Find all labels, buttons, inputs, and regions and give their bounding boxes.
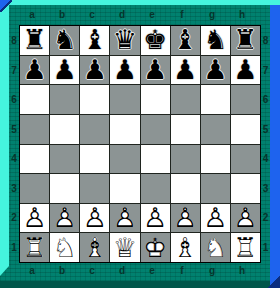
piece-white-rook[interactable]: ♜︎♖︎ — [231, 233, 260, 262]
square-h4[interactable] — [231, 145, 260, 174]
square-a1[interactable]: ♜︎♖︎ — [20, 233, 49, 262]
square-e2[interactable]: ♟︎♙︎ — [141, 204, 170, 233]
piece-black-bishop[interactable]: ♝︎ — [171, 26, 200, 55]
piece-black-knight[interactable]: ♞︎ — [50, 26, 79, 55]
black-pawn-icon: ♟︎ — [113, 56, 137, 83]
square-f2[interactable]: ♟︎♙︎ — [171, 204, 200, 233]
square-c5[interactable] — [80, 115, 109, 144]
square-f3[interactable] — [171, 174, 200, 203]
piece-black-king[interactable]: ♚︎ — [141, 26, 170, 55]
white-pawn-outline-icon: ♙︎ — [173, 204, 197, 231]
square-h5[interactable] — [231, 115, 260, 144]
piece-black-rook[interactable]: ♜︎ — [20, 26, 49, 55]
black-knight-icon: ♞︎ — [53, 26, 77, 53]
square-g2[interactable]: ♟︎♙︎ — [201, 204, 230, 233]
square-d3[interactable] — [110, 174, 139, 203]
square-e3[interactable] — [141, 174, 170, 203]
square-d6[interactable] — [110, 85, 139, 114]
square-b5[interactable] — [50, 115, 79, 144]
black-pawn-icon: ♟︎ — [22, 56, 46, 83]
square-c2[interactable]: ♟︎♙︎ — [80, 204, 109, 233]
square-e5[interactable] — [141, 115, 170, 144]
black-rook-icon: ♜︎ — [233, 26, 257, 53]
bevel-highlight-left — [0, 0, 9, 276]
file-label-bottom-b: b — [47, 263, 77, 280]
square-c4[interactable] — [80, 145, 109, 174]
file-label-top-e: e — [137, 5, 167, 25]
square-b8[interactable]: ♞︎ — [50, 26, 79, 55]
file-label-top-g: g — [197, 5, 227, 25]
white-bishop-outline-icon: ♗︎ — [83, 234, 107, 261]
black-pawn-icon: ♟︎ — [83, 56, 107, 83]
square-e4[interactable] — [141, 145, 170, 174]
chess-board: ♜︎♞︎♝︎♛︎♚︎♝︎♞︎♜︎♟︎♟︎♟︎♟︎♟︎♟︎♟︎♟︎♟︎♙︎♟︎♙︎… — [19, 25, 261, 263]
frame-shadow-edge — [0, 281, 270, 288]
black-rook-icon: ♜︎ — [22, 26, 46, 53]
square-f6[interactable] — [171, 85, 200, 114]
piece-white-pawn[interactable]: ♟︎♙︎ — [80, 204, 109, 233]
square-c6[interactable] — [80, 85, 109, 114]
piece-white-pawn[interactable]: ♟︎♙︎ — [201, 204, 230, 233]
square-c8[interactable]: ♝︎ — [80, 26, 109, 55]
piece-white-pawn[interactable]: ♟︎♙︎ — [110, 204, 139, 233]
square-g7[interactable]: ♟︎ — [201, 56, 230, 85]
square-b6[interactable] — [50, 85, 79, 114]
rank-label-right-3: 3 — [261, 174, 270, 204]
piece-white-king[interactable]: ♚︎♔︎ — [141, 233, 170, 262]
white-pawn-outline-icon: ♙︎ — [83, 204, 107, 231]
black-king-icon: ♚︎ — [143, 26, 167, 53]
black-pawn-icon: ♟︎ — [173, 56, 197, 83]
rank-label-right-1: 1 — [261, 233, 270, 263]
white-pawn-outline-icon: ♙︎ — [233, 204, 257, 231]
file-label-bottom-h: h — [227, 263, 257, 280]
square-d8[interactable]: ♛︎ — [110, 26, 139, 55]
piece-white-pawn[interactable]: ♟︎♙︎ — [141, 204, 170, 233]
piece-white-knight[interactable]: ♞︎♘︎ — [201, 233, 230, 262]
square-h6[interactable] — [231, 85, 260, 114]
square-e8[interactable]: ♚︎ — [141, 26, 170, 55]
rank-label-left-6: 6 — [9, 85, 19, 115]
square-g4[interactable] — [201, 145, 230, 174]
rank-label-left-1: 1 — [9, 233, 19, 263]
piece-white-knight[interactable]: ♞︎♘︎ — [50, 233, 79, 262]
square-h3[interactable] — [231, 174, 260, 203]
square-b7[interactable]: ♟︎ — [50, 56, 79, 85]
square-e7[interactable]: ♟︎ — [141, 56, 170, 85]
square-f1[interactable]: ♝︎♗︎ — [171, 233, 200, 262]
black-bishop-icon: ♝︎ — [173, 26, 197, 53]
black-bishop-icon: ♝︎ — [83, 26, 107, 53]
square-a6[interactable] — [20, 85, 49, 114]
piece-black-knight[interactable]: ♞︎ — [201, 26, 230, 55]
square-a2[interactable]: ♟︎♙︎ — [20, 204, 49, 233]
piece-white-queen[interactable]: ♛︎♕︎ — [110, 233, 139, 262]
piece-white-bishop[interactable]: ♝︎♗︎ — [171, 233, 200, 262]
square-a3[interactable] — [20, 174, 49, 203]
square-g1[interactable]: ♞︎♘︎ — [201, 233, 230, 262]
rank-label-left-7: 7 — [9, 56, 19, 86]
file-label-top-c: c — [77, 5, 107, 25]
chessboard-window: ♜︎♞︎♝︎♛︎♚︎♝︎♞︎♜︎♟︎♟︎♟︎♟︎♟︎♟︎♟︎♟︎♟︎♙︎♟︎♙︎… — [0, 0, 280, 288]
piece-white-bishop[interactable]: ♝︎♗︎ — [80, 233, 109, 262]
square-f8[interactable]: ♝︎ — [171, 26, 200, 55]
square-d7[interactable]: ♟︎ — [110, 56, 139, 85]
square-g5[interactable] — [201, 115, 230, 144]
black-pawn-icon: ♟︎ — [143, 56, 167, 83]
rank-label-right-5: 5 — [261, 115, 270, 145]
file-label-top-f: f — [167, 5, 197, 25]
piece-black-pawn[interactable]: ♟︎ — [110, 56, 139, 85]
square-g3[interactable] — [201, 174, 230, 203]
rank-label-left-3: 3 — [9, 174, 19, 204]
white-knight-outline-icon: ♘︎ — [53, 234, 77, 261]
rank-label-right-7: 7 — [261, 56, 270, 86]
square-f5[interactable] — [171, 115, 200, 144]
rank-label-left-5: 5 — [9, 115, 19, 145]
black-pawn-icon: ♟︎ — [203, 56, 227, 83]
file-label-top-b: b — [47, 5, 77, 25]
rank-label-left-4: 4 — [9, 144, 19, 174]
white-bishop-outline-icon: ♗︎ — [173, 234, 197, 261]
square-d1[interactable]: ♛︎♕︎ — [110, 233, 139, 262]
white-pawn-outline-icon: ♙︎ — [113, 204, 137, 231]
piece-black-pawn[interactable]: ♟︎ — [80, 56, 109, 85]
square-e1[interactable]: ♚︎♔︎ — [141, 233, 170, 262]
rank-label-right-8: 8 — [261, 26, 270, 56]
white-rook-outline-icon: ♖︎ — [22, 234, 46, 261]
square-h1[interactable]: ♜︎♖︎ — [231, 233, 260, 262]
rank-label-right-4: 4 — [261, 144, 270, 174]
square-b4[interactable] — [50, 145, 79, 174]
file-label-top-a: a — [17, 5, 47, 25]
square-b3[interactable] — [50, 174, 79, 203]
square-c1[interactable]: ♝︎♗︎ — [80, 233, 109, 262]
square-d5[interactable] — [110, 115, 139, 144]
rank-label-right-6: 6 — [261, 85, 270, 115]
square-d4[interactable] — [110, 145, 139, 174]
piece-black-pawn[interactable]: ♟︎ — [141, 56, 170, 85]
piece-white-pawn[interactable]: ♟︎♙︎ — [171, 204, 200, 233]
piece-black-pawn[interactable]: ♟︎ — [50, 56, 79, 85]
file-label-bottom-a: a — [17, 263, 47, 280]
square-h8[interactable]: ♜︎ — [231, 26, 260, 55]
file-label-bottom-d: d — [107, 263, 137, 280]
white-knight-outline-icon: ♘︎ — [203, 234, 227, 261]
square-b1[interactable]: ♞︎♘︎ — [50, 233, 79, 262]
square-b2[interactable]: ♟︎♙︎ — [50, 204, 79, 233]
square-h2[interactable]: ♟︎♙︎ — [231, 204, 260, 233]
white-pawn-outline-icon: ♙︎ — [53, 204, 77, 231]
white-pawn-outline-icon: ♙︎ — [22, 204, 46, 231]
rank-label-left-2: 2 — [9, 203, 19, 233]
file-label-top-h: h — [227, 5, 257, 25]
corner-cut-top-left — [0, 0, 12, 12]
white-queen-outline-icon: ♕︎ — [113, 234, 137, 261]
square-g8[interactable]: ♞︎ — [201, 26, 230, 55]
file-label-top-d: d — [107, 5, 137, 25]
rank-label-left-8: 8 — [9, 26, 19, 56]
file-label-bottom-g: g — [197, 263, 227, 280]
piece-white-pawn[interactable]: ♟︎♙︎ — [231, 204, 260, 233]
square-a4[interactable] — [20, 145, 49, 174]
piece-white-pawn[interactable]: ♟︎♙︎ — [50, 204, 79, 233]
file-label-bottom-e: e — [137, 263, 167, 280]
corner-cut-bottom-right — [268, 274, 280, 288]
square-h7[interactable]: ♟︎ — [231, 56, 260, 85]
piece-black-bishop[interactable]: ♝︎ — [80, 26, 109, 55]
square-f7[interactable]: ♟︎ — [171, 56, 200, 85]
white-pawn-outline-icon: ♙︎ — [203, 204, 227, 231]
rank-label-right-2: 2 — [261, 203, 270, 233]
piece-black-queen[interactable]: ♛︎ — [110, 26, 139, 55]
square-c3[interactable] — [80, 174, 109, 203]
square-e6[interactable] — [141, 85, 170, 114]
square-f4[interactable] — [171, 145, 200, 174]
piece-black-rook[interactable]: ♜︎ — [231, 26, 260, 55]
square-a7[interactable]: ♟︎ — [20, 56, 49, 85]
file-label-bottom-f: f — [167, 263, 197, 280]
white-rook-outline-icon: ♖︎ — [233, 234, 257, 261]
white-pawn-outline-icon: ♙︎ — [143, 204, 167, 231]
black-queen-icon: ♛︎ — [113, 26, 137, 53]
square-c7[interactable]: ♟︎ — [80, 56, 109, 85]
black-knight-icon: ♞︎ — [203, 26, 227, 53]
black-pawn-icon: ♟︎ — [53, 56, 77, 83]
file-label-bottom-c: c — [77, 263, 107, 280]
piece-white-pawn[interactable]: ♟︎♙︎ — [20, 204, 49, 233]
square-g6[interactable] — [201, 85, 230, 114]
piece-black-pawn[interactable]: ♟︎ — [231, 56, 260, 85]
square-a8[interactable]: ♜︎ — [20, 26, 49, 55]
square-a5[interactable] — [20, 115, 49, 144]
piece-white-rook[interactable]: ♜︎♖︎ — [20, 233, 49, 262]
piece-black-pawn[interactable]: ♟︎ — [201, 56, 230, 85]
black-pawn-icon: ♟︎ — [233, 56, 257, 83]
square-d2[interactable]: ♟︎♙︎ — [110, 204, 139, 233]
white-king-outline-icon: ♔︎ — [143, 234, 167, 261]
piece-black-pawn[interactable]: ♟︎ — [20, 56, 49, 85]
piece-black-pawn[interactable]: ♟︎ — [171, 56, 200, 85]
